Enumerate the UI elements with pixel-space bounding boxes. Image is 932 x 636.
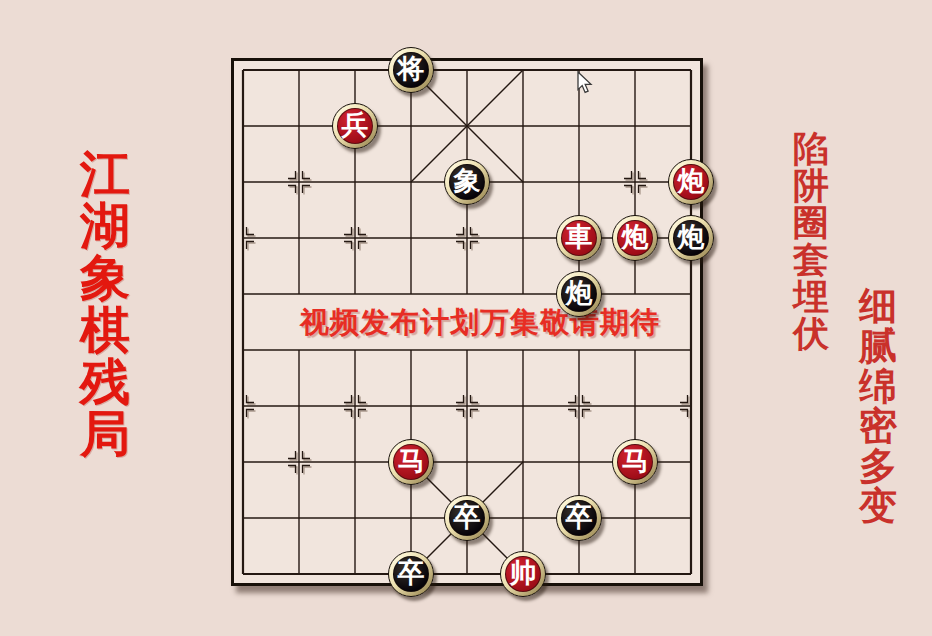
piece-glyph: 炮	[678, 168, 705, 195]
piece-glyph: 炮	[622, 224, 649, 251]
piece-red-horse[interactable]: 马	[612, 439, 658, 485]
piece-red-pawn[interactable]: 兵	[332, 103, 378, 149]
banner-text: 视频发布计划万集敬请期待	[300, 303, 660, 343]
mouse-cursor-icon	[577, 71, 595, 95]
black-disc: 卒	[449, 500, 485, 536]
piece-red-horse[interactable]: 马	[388, 439, 434, 485]
red-disc: 炮	[673, 164, 709, 200]
piece-glyph: 卒	[398, 560, 425, 587]
piece-glyph: 炮	[566, 280, 593, 307]
piece-glyph: 兵	[342, 112, 369, 139]
piece-black-pawn[interactable]: 卒	[556, 495, 602, 541]
right-caption-top: 陷阱圈套埋伏	[793, 131, 829, 353]
page: 江湖象棋残局 陷阱圈套埋伏 细腻绵密多变 将兵象炮車炮炮炮马马卒卒卒帅 视频发布…	[0, 0, 932, 636]
piece-black-general[interactable]: 将	[388, 47, 434, 93]
black-disc: 炮	[561, 276, 597, 312]
piece-glyph: 卒	[566, 504, 593, 531]
piece-glyph: 马	[622, 448, 649, 475]
piece-red-general[interactable]: 帅	[500, 551, 546, 597]
piece-red-chariot[interactable]: 車	[556, 215, 602, 261]
piece-glyph: 車	[566, 224, 593, 251]
red-disc: 帅	[505, 556, 541, 592]
piece-glyph: 将	[398, 56, 425, 83]
piece-glyph: 炮	[678, 224, 705, 251]
piece-black-cannon[interactable]: 炮	[668, 215, 714, 261]
red-disc: 马	[393, 444, 429, 480]
piece-red-cannon[interactable]: 炮	[612, 215, 658, 261]
red-disc: 马	[617, 444, 653, 480]
piece-red-cannon[interactable]: 炮	[668, 159, 714, 205]
piece-glyph: 象	[454, 168, 481, 195]
black-disc: 炮	[673, 220, 709, 256]
left-title: 江湖象棋残局	[80, 148, 130, 460]
black-disc: 象	[449, 164, 485, 200]
red-disc: 炮	[617, 220, 653, 256]
piece-glyph: 卒	[454, 504, 481, 531]
black-disc: 卒	[393, 556, 429, 592]
piece-black-cannon[interactable]: 炮	[556, 271, 602, 317]
right-caption-bottom: 细腻绵密多变	[859, 286, 897, 526]
piece-glyph: 帅	[510, 560, 537, 587]
red-disc: 兵	[337, 108, 373, 144]
piece-black-pawn[interactable]: 卒	[444, 495, 490, 541]
piece-black-elephant[interactable]: 象	[444, 159, 490, 205]
piece-black-pawn[interactable]: 卒	[388, 551, 434, 597]
black-disc: 卒	[561, 500, 597, 536]
red-disc: 車	[561, 220, 597, 256]
piece-glyph: 马	[398, 448, 425, 475]
black-disc: 将	[393, 52, 429, 88]
